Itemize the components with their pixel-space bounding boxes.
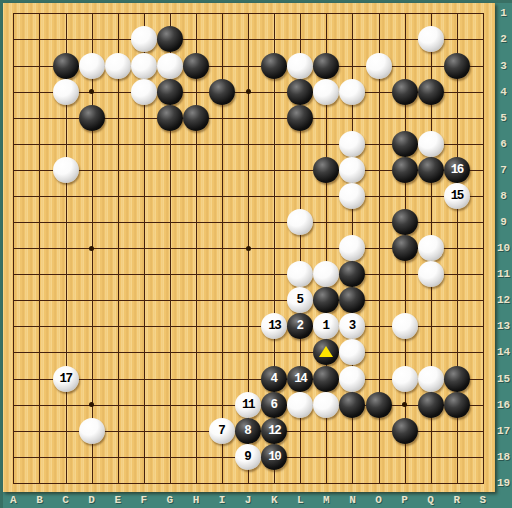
stone-R7[interactable]: 16 [444,157,470,183]
move-number-label: 9 [235,444,261,470]
stone-P6[interactable] [392,131,418,157]
stone-P4[interactable] [392,79,418,105]
stone-R3[interactable] [444,53,470,79]
row-label-12: 12 [496,293,511,307]
col-label-I: I [214,493,230,507]
stone-M15[interactable] [313,366,339,392]
row-label-6: 6 [496,137,511,151]
stone-D3[interactable] [79,53,105,79]
row-label-9: 9 [496,215,511,229]
stone-J16[interactable]: 11 [235,392,261,418]
col-label-L: L [292,493,308,507]
stone-P10[interactable] [392,235,418,261]
stone-R8[interactable]: 15 [444,183,470,209]
move-number-label: 16 [444,157,470,183]
stone-P13[interactable] [392,313,418,339]
move-number-label: 8 [235,418,261,444]
col-label-B: B [31,493,47,507]
col-label-P: P [397,493,413,507]
star-point [89,246,94,251]
stone-M4[interactable] [313,79,339,105]
stone-F3[interactable] [131,53,157,79]
row-label-7: 7 [496,163,511,177]
col-label-J: J [240,493,256,507]
stone-O3[interactable] [366,53,392,79]
grid-line-horizontal [13,352,483,353]
stone-P7[interactable] [392,157,418,183]
stone-I4[interactable] [209,79,235,105]
stone-H3[interactable] [183,53,209,79]
stone-M13[interactable]: 1 [313,313,339,339]
grid-line-horizontal [13,300,483,301]
row-label-10: 10 [496,241,511,255]
row-label-4: 4 [496,85,511,99]
col-label-O: O [371,493,387,507]
row-label-13: 13 [496,319,511,333]
stone-L15[interactable]: 14 [287,366,313,392]
stone-K15[interactable]: 4 [261,366,287,392]
stone-O16[interactable] [366,392,392,418]
stone-H5[interactable] [183,105,209,131]
stone-M3[interactable] [313,53,339,79]
stone-K13[interactable]: 13 [261,313,287,339]
stone-Q15[interactable] [418,366,444,392]
col-label-F: F [136,493,152,507]
col-label-N: N [344,493,360,507]
stone-Q2[interactable] [418,26,444,52]
row-label-14: 14 [496,345,511,359]
move-number-label: 10 [261,444,287,470]
stone-Q4[interactable] [418,79,444,105]
move-number-label: 14 [287,366,313,392]
row-label-16: 16 [496,398,511,412]
row-label-15: 15 [496,372,511,386]
stone-J18[interactable]: 9 [235,444,261,470]
grid-line-horizontal [13,274,483,275]
star-point [246,246,251,251]
stone-D5[interactable] [79,105,105,131]
stone-L13[interactable]: 2 [287,313,313,339]
stone-I17[interactable]: 7 [209,418,235,444]
stone-G5[interactable] [157,105,183,131]
stone-C7[interactable] [53,157,79,183]
stone-Q7[interactable] [418,157,444,183]
row-label-18: 18 [496,450,511,464]
col-label-A: A [5,493,21,507]
move-number-label: 1 [313,313,339,339]
move-number-label: 13 [261,313,287,339]
stone-P17[interactable] [392,418,418,444]
col-label-S: S [475,493,491,507]
stone-G4[interactable] [157,79,183,105]
col-label-Q: Q [423,493,439,507]
row-label-3: 3 [496,59,511,73]
move-number-label: 12 [261,418,287,444]
stone-K18[interactable]: 10 [261,444,287,470]
row-label-1: 1 [496,6,511,20]
stone-Q10[interactable] [418,235,444,261]
stone-C4[interactable] [53,79,79,105]
stone-J17[interactable]: 8 [235,418,261,444]
stone-G3[interactable] [157,53,183,79]
col-label-R: R [449,493,465,507]
row-label-8: 8 [496,189,511,203]
go-board-frame: 1615513213174141167812910ABCDEFGHIJKLMNO… [0,0,512,508]
stone-L5[interactable] [287,105,313,131]
col-label-M: M [318,493,334,507]
move-number-label: 7 [209,418,235,444]
stone-P15[interactable] [392,366,418,392]
move-number-label: 17 [53,366,79,392]
stone-R16[interactable] [444,392,470,418]
move-number-label: 11 [235,392,261,418]
row-label-17: 17 [496,424,511,438]
row-label-19: 19 [496,476,511,490]
stone-M16[interactable] [313,392,339,418]
col-label-E: E [110,493,126,507]
col-label-C: C [58,493,74,507]
row-label-11: 11 [496,267,511,281]
stone-F4[interactable] [131,79,157,105]
grid-line-horizontal [13,483,483,484]
move-number-label: 2 [287,313,313,339]
col-label-D: D [84,493,100,507]
stone-Q16[interactable] [418,392,444,418]
stone-E3[interactable] [105,53,131,79]
move-number-label: 5 [287,287,313,313]
stone-R15[interactable] [444,366,470,392]
move-number-label: 3 [339,313,365,339]
stone-Q6[interactable] [418,131,444,157]
stone-L16[interactable] [287,392,313,418]
grid-line-vertical [483,13,484,483]
row-label-2: 2 [496,32,511,46]
stone-K16[interactable]: 6 [261,392,287,418]
stone-C15[interactable]: 17 [53,366,79,392]
stone-D17[interactable] [79,418,105,444]
stone-P9[interactable] [392,209,418,235]
stone-C3[interactable] [53,53,79,79]
stone-K3[interactable] [261,53,287,79]
stone-N13[interactable]: 3 [339,313,365,339]
stone-Q11[interactable] [418,261,444,287]
stone-N16[interactable] [339,392,365,418]
row-label-5: 5 [496,111,511,125]
star-point [246,89,251,94]
col-label-H: H [188,493,204,507]
move-number-label: 6 [261,392,287,418]
col-label-K: K [266,493,282,507]
stone-K17[interactable]: 12 [261,418,287,444]
move-number-label: 4 [261,366,287,392]
triangle-marker [319,346,333,357]
col-label-G: G [162,493,178,507]
stone-L12[interactable]: 5 [287,287,313,313]
stone-L3[interactable] [287,53,313,79]
stone-N15[interactable] [339,366,365,392]
stone-N4[interactable] [339,79,365,105]
stone-L4[interactable] [287,79,313,105]
move-number-label: 15 [444,183,470,209]
